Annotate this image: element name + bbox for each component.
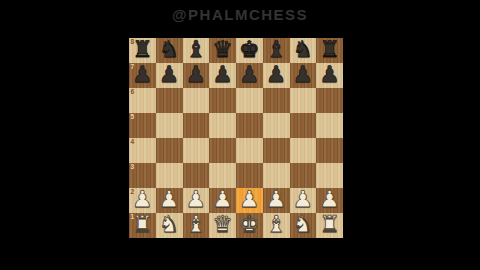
square-e7[interactable]: ♟ (236, 63, 263, 88)
square-c6[interactable] (183, 88, 210, 113)
black-pawn[interactable]: ♟ (266, 63, 287, 87)
square-d2[interactable]: ♟ (209, 188, 236, 213)
square-a1[interactable]: 1♜ (129, 213, 156, 238)
square-c7[interactable]: ♟ (183, 63, 210, 88)
white-pawn[interactable]: ♟ (159, 188, 180, 212)
square-b2[interactable]: ♟ (156, 188, 183, 213)
square-a8[interactable]: 8♜ (129, 38, 156, 63)
black-rook[interactable]: ♜ (132, 38, 153, 62)
black-knight[interactable]: ♞ (293, 38, 314, 62)
square-c2[interactable]: ♟ (183, 188, 210, 213)
square-e5[interactable] (236, 113, 263, 138)
square-h3[interactable] (316, 163, 343, 188)
square-a5[interactable]: 5 (129, 113, 156, 138)
square-a3[interactable]: 3 (129, 163, 156, 188)
black-king[interactable]: ♚ (239, 38, 260, 62)
square-e3[interactable] (236, 163, 263, 188)
white-pawn[interactable]: ♟ (239, 188, 260, 212)
square-c1[interactable]: ♝ (183, 213, 210, 238)
square-d7[interactable]: ♟ (209, 63, 236, 88)
square-f5[interactable] (263, 113, 290, 138)
square-a2[interactable]: 2♟ (129, 188, 156, 213)
rank-label-5: 5 (131, 113, 135, 121)
black-bishop[interactable]: ♝ (266, 38, 287, 62)
square-d8[interactable]: ♛ (209, 38, 236, 63)
black-knight[interactable]: ♞ (159, 38, 180, 62)
square-f4[interactable] (263, 138, 290, 163)
white-king[interactable]: ♚ (239, 213, 260, 237)
square-b8[interactable]: ♞ (156, 38, 183, 63)
rank-label-6: 6 (131, 88, 135, 96)
rank-label-4: 4 (131, 138, 135, 146)
black-queen[interactable]: ♛ (212, 38, 233, 62)
black-pawn[interactable]: ♟ (186, 63, 207, 87)
rank-label-3: 3 (131, 163, 135, 171)
square-f8[interactable]: ♝ (263, 38, 290, 63)
square-c5[interactable] (183, 113, 210, 138)
white-rook[interactable]: ♜ (319, 213, 340, 237)
square-c4[interactable] (183, 138, 210, 163)
square-f7[interactable]: ♟ (263, 63, 290, 88)
square-f2[interactable]: ♟ (263, 188, 290, 213)
white-pawn[interactable]: ♟ (186, 188, 207, 212)
white-pawn[interactable]: ♟ (319, 188, 340, 212)
square-h1[interactable]: ♜ (316, 213, 343, 238)
square-g6[interactable] (290, 88, 317, 113)
square-d5[interactable] (209, 113, 236, 138)
white-pawn[interactable]: ♟ (266, 188, 287, 212)
square-h4[interactable] (316, 138, 343, 163)
black-pawn[interactable]: ♟ (293, 63, 314, 87)
square-a7[interactable]: 7♟ (129, 63, 156, 88)
square-e6[interactable] (236, 88, 263, 113)
square-b5[interactable] (156, 113, 183, 138)
square-d3[interactable] (209, 163, 236, 188)
white-knight[interactable]: ♞ (293, 213, 314, 237)
white-knight[interactable]: ♞ (159, 213, 180, 237)
black-bishop[interactable]: ♝ (186, 38, 207, 62)
square-d1[interactable]: ♛ (209, 213, 236, 238)
square-g1[interactable]: ♞ (290, 213, 317, 238)
page-background: @PHALMCHESS 8♜♞♝♛♚♝♞♜7♟♟♟♟♟♟♟♟65432♟♟♟♟♟… (0, 0, 480, 270)
square-h6[interactable] (316, 88, 343, 113)
watermark-handle: @PHALMCHESS (0, 6, 480, 23)
black-pawn[interactable]: ♟ (319, 63, 340, 87)
square-b6[interactable] (156, 88, 183, 113)
square-c8[interactable]: ♝ (183, 38, 210, 63)
black-rook[interactable]: ♜ (319, 38, 340, 62)
square-f6[interactable] (263, 88, 290, 113)
chess-board: 8♜♞♝♛♚♝♞♜7♟♟♟♟♟♟♟♟65432♟♟♟♟♟♟♟♟1♜♞♝♛♚♝♞♜ (129, 38, 343, 238)
square-b1[interactable]: ♞ (156, 213, 183, 238)
square-g8[interactable]: ♞ (290, 38, 317, 63)
square-e2[interactable]: ♟ (236, 188, 263, 213)
square-a4[interactable]: 4 (129, 138, 156, 163)
square-f3[interactable] (263, 163, 290, 188)
white-bishop[interactable]: ♝ (266, 213, 287, 237)
square-g4[interactable] (290, 138, 317, 163)
square-e1[interactable]: ♚ (236, 213, 263, 238)
white-pawn[interactable]: ♟ (293, 188, 314, 212)
square-b7[interactable]: ♟ (156, 63, 183, 88)
square-g7[interactable]: ♟ (290, 63, 317, 88)
square-h5[interactable] (316, 113, 343, 138)
white-queen[interactable]: ♛ (212, 213, 233, 237)
white-pawn[interactable]: ♟ (212, 188, 233, 212)
square-e8[interactable]: ♚ (236, 38, 263, 63)
square-g3[interactable] (290, 163, 317, 188)
white-pawn[interactable]: ♟ (132, 188, 153, 212)
square-d6[interactable] (209, 88, 236, 113)
square-b4[interactable] (156, 138, 183, 163)
square-c3[interactable] (183, 163, 210, 188)
white-bishop[interactable]: ♝ (186, 213, 207, 237)
black-pawn[interactable]: ♟ (159, 63, 180, 87)
square-f1[interactable]: ♝ (263, 213, 290, 238)
square-b3[interactable] (156, 163, 183, 188)
white-rook[interactable]: ♜ (132, 213, 153, 237)
black-pawn[interactable]: ♟ (212, 63, 233, 87)
square-g5[interactable] (290, 113, 317, 138)
square-h2[interactable]: ♟ (316, 188, 343, 213)
black-pawn[interactable]: ♟ (132, 63, 153, 87)
square-a6[interactable]: 6 (129, 88, 156, 113)
square-d4[interactable] (209, 138, 236, 163)
square-e4[interactable] (236, 138, 263, 163)
square-h7[interactable]: ♟ (316, 63, 343, 88)
square-h8[interactable]: ♜ (316, 38, 343, 63)
square-g2[interactable]: ♟ (290, 188, 317, 213)
black-pawn[interactable]: ♟ (239, 63, 260, 87)
